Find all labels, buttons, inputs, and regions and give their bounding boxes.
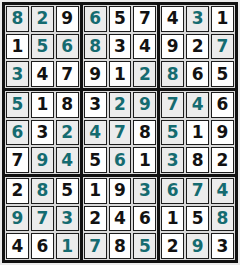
- cell-r4c2[interactable]: 1: [31, 92, 54, 118]
- cell-r6c3[interactable]: 4: [56, 147, 79, 173]
- cell-r6c2[interactable]: 9: [31, 147, 54, 173]
- cell-r9c6[interactable]: 5: [133, 233, 156, 259]
- cell-r7c1[interactable]: 2: [6, 178, 29, 204]
- cell-r2c5[interactable]: 3: [109, 34, 132, 60]
- cell-r5c8[interactable]: 1: [186, 120, 209, 146]
- sudoku-board: 8291563476578349124319278655186327943294…: [5, 5, 235, 260]
- cell-r8c4[interactable]: 2: [84, 206, 107, 232]
- cell-r3c1[interactable]: 3: [6, 61, 29, 87]
- cell-r8c5[interactable]: 4: [109, 206, 132, 232]
- page-background: 8291563476578349124319278655186327943294…: [0, 0, 240, 265]
- box-r1c1: 829156347: [5, 5, 80, 88]
- box-r3c2: 193246785: [83, 177, 158, 260]
- cell-r2c3[interactable]: 6: [56, 34, 79, 60]
- cell-r9c9[interactable]: 3: [211, 233, 234, 259]
- cell-r7c6[interactable]: 3: [133, 178, 156, 204]
- cell-r9c8[interactable]: 9: [186, 233, 209, 259]
- cell-r4c3[interactable]: 8: [56, 92, 79, 118]
- cell-r2c4[interactable]: 8: [84, 34, 107, 60]
- box-r1c3: 431927865: [160, 5, 235, 88]
- box-r2c3: 746519382: [160, 91, 235, 174]
- cell-r6c9[interactable]: 2: [211, 147, 234, 173]
- box-r3c3: 674158293: [160, 177, 235, 260]
- cell-r4c1[interactable]: 5: [6, 92, 29, 118]
- cell-r1c1[interactable]: 8: [6, 6, 29, 32]
- cell-r6c4[interactable]: 5: [84, 147, 107, 173]
- box-r3c1: 285973461: [5, 177, 80, 260]
- cell-r4c6[interactable]: 9: [133, 92, 156, 118]
- cell-r3c6[interactable]: 2: [133, 61, 156, 87]
- cell-r9c5[interactable]: 8: [109, 233, 132, 259]
- cell-r2c6[interactable]: 4: [133, 34, 156, 60]
- cell-r3c5[interactable]: 1: [109, 61, 132, 87]
- cell-r4c9[interactable]: 6: [211, 92, 234, 118]
- cell-r3c7[interactable]: 8: [161, 61, 184, 87]
- cell-r2c2[interactable]: 5: [31, 34, 54, 60]
- cell-r6c6[interactable]: 1: [133, 147, 156, 173]
- cell-r1c4[interactable]: 6: [84, 6, 107, 32]
- cell-r8c9[interactable]: 8: [211, 206, 234, 232]
- cell-r9c1[interactable]: 4: [6, 233, 29, 259]
- cell-r8c1[interactable]: 9: [6, 206, 29, 232]
- cell-r2c1[interactable]: 1: [6, 34, 29, 60]
- cell-r8c3[interactable]: 3: [56, 206, 79, 232]
- cell-r4c5[interactable]: 2: [109, 92, 132, 118]
- cell-r1c7[interactable]: 4: [161, 6, 184, 32]
- cell-r7c2[interactable]: 8: [31, 178, 54, 204]
- cell-r3c4[interactable]: 9: [84, 61, 107, 87]
- cell-r7c8[interactable]: 7: [186, 178, 209, 204]
- box-r2c1: 518632794: [5, 91, 80, 174]
- cell-r9c7[interactable]: 2: [161, 233, 184, 259]
- cell-r6c8[interactable]: 8: [186, 147, 209, 173]
- cell-r8c2[interactable]: 7: [31, 206, 54, 232]
- cell-r1c9[interactable]: 1: [211, 6, 234, 32]
- cell-r5c5[interactable]: 7: [109, 120, 132, 146]
- cell-r3c3[interactable]: 7: [56, 61, 79, 87]
- cell-r7c9[interactable]: 4: [211, 178, 234, 204]
- cell-r1c8[interactable]: 3: [186, 6, 209, 32]
- cell-r4c7[interactable]: 7: [161, 92, 184, 118]
- cell-r1c6[interactable]: 7: [133, 6, 156, 32]
- cell-r9c3[interactable]: 1: [56, 233, 79, 259]
- cell-r5c2[interactable]: 3: [31, 120, 54, 146]
- cell-r6c1[interactable]: 7: [6, 147, 29, 173]
- cell-r5c3[interactable]: 2: [56, 120, 79, 146]
- cell-r6c7[interactable]: 3: [161, 147, 184, 173]
- cell-r2c8[interactable]: 2: [186, 34, 209, 60]
- cell-r3c8[interactable]: 6: [186, 61, 209, 87]
- cell-r2c9[interactable]: 7: [211, 34, 234, 60]
- cell-r7c7[interactable]: 6: [161, 178, 184, 204]
- cell-r1c2[interactable]: 2: [31, 6, 54, 32]
- cell-r5c7[interactable]: 5: [161, 120, 184, 146]
- cell-r9c4[interactable]: 7: [84, 233, 107, 259]
- cell-r4c8[interactable]: 4: [186, 92, 209, 118]
- cell-r6c5[interactable]: 6: [109, 147, 132, 173]
- box-r2c2: 329478561: [83, 91, 158, 174]
- cell-r5c6[interactable]: 8: [133, 120, 156, 146]
- cell-r3c2[interactable]: 4: [31, 61, 54, 87]
- cell-r7c5[interactable]: 9: [109, 178, 132, 204]
- cell-r5c1[interactable]: 6: [6, 120, 29, 146]
- cell-r7c4[interactable]: 1: [84, 178, 107, 204]
- cell-r5c9[interactable]: 9: [211, 120, 234, 146]
- cell-r7c3[interactable]: 5: [56, 178, 79, 204]
- board-frame: 8291563476578349124319278655186327943294…: [2, 2, 238, 263]
- cell-r2c7[interactable]: 9: [161, 34, 184, 60]
- cell-r1c5[interactable]: 5: [109, 6, 132, 32]
- cell-r8c8[interactable]: 5: [186, 206, 209, 232]
- cell-r5c4[interactable]: 4: [84, 120, 107, 146]
- cell-r1c3[interactable]: 9: [56, 6, 79, 32]
- cell-r3c9[interactable]: 5: [211, 61, 234, 87]
- box-r1c2: 657834912: [83, 5, 158, 88]
- cell-r8c6[interactable]: 6: [133, 206, 156, 232]
- cell-r8c7[interactable]: 1: [161, 206, 184, 232]
- cell-r4c4[interactable]: 3: [84, 92, 107, 118]
- cell-r9c2[interactable]: 6: [31, 233, 54, 259]
